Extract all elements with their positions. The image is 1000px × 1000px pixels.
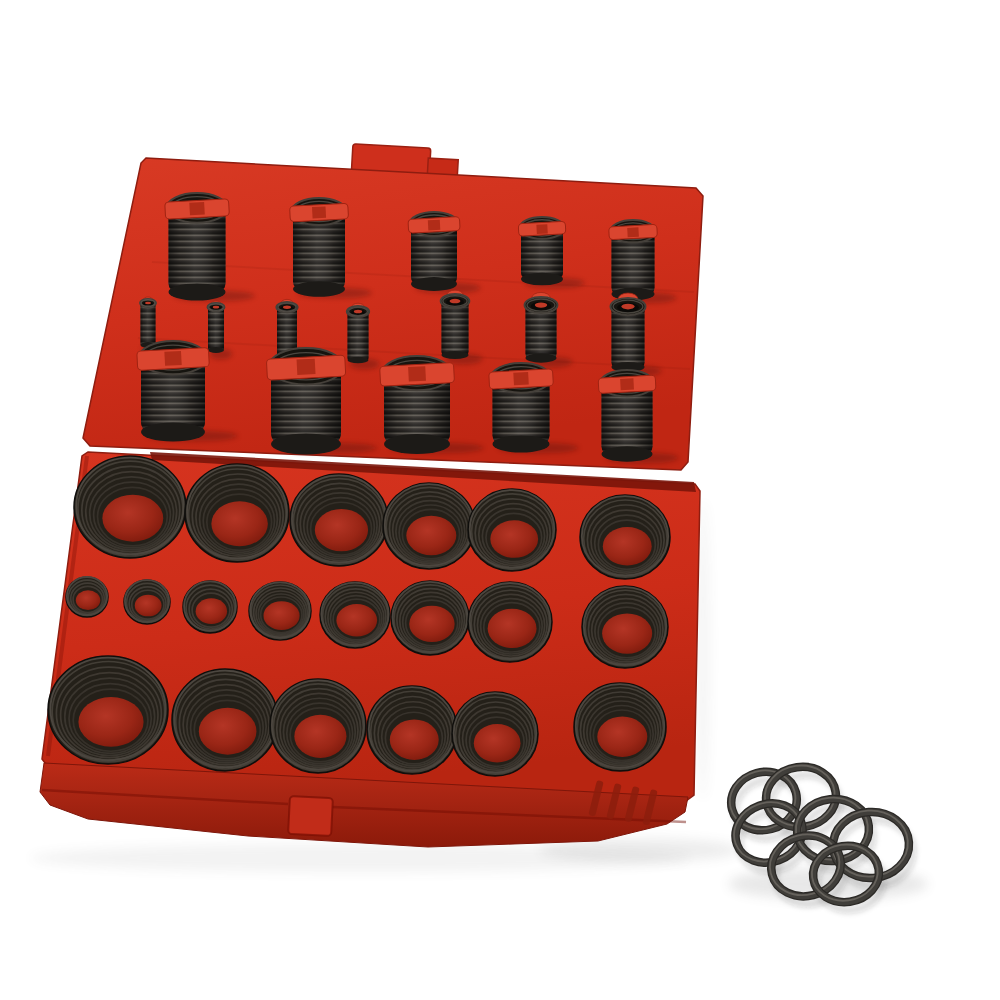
well-floor xyxy=(264,601,300,630)
peg-top xyxy=(283,305,291,308)
stack-bottom xyxy=(411,277,457,291)
well-floor xyxy=(488,609,537,648)
tray-well xyxy=(320,582,390,648)
clip-notch xyxy=(297,359,316,375)
tray-well xyxy=(270,679,366,773)
peg-top xyxy=(621,304,634,310)
well-floor xyxy=(602,613,652,653)
peg-top xyxy=(354,310,362,314)
peg-top xyxy=(145,302,151,305)
stack-bottom xyxy=(526,353,557,362)
well-floor xyxy=(409,606,454,642)
front-latch xyxy=(288,796,333,836)
stack-bottom xyxy=(348,357,369,363)
clip-notch xyxy=(312,206,326,218)
stack-bottom xyxy=(169,283,226,300)
tray-well xyxy=(74,456,186,558)
well-floor xyxy=(78,697,143,747)
clip-notch xyxy=(620,378,634,390)
tray-well xyxy=(391,581,469,655)
well-floor xyxy=(490,520,538,558)
well-floor xyxy=(603,527,652,566)
stack-bottom xyxy=(384,434,450,454)
tray-well xyxy=(582,586,668,668)
well-floor xyxy=(102,495,163,542)
stack-bottom xyxy=(141,422,205,441)
well-floor xyxy=(294,715,346,758)
well-floor xyxy=(474,724,521,763)
product-photo xyxy=(0,0,1000,1000)
stack-bottom xyxy=(208,347,224,353)
stack-bottom xyxy=(602,446,653,461)
tray-well xyxy=(48,656,168,764)
stack-bottom xyxy=(442,351,469,359)
tray-well xyxy=(580,495,670,579)
peg-top xyxy=(450,299,461,304)
tray-well xyxy=(468,489,556,571)
tray-well xyxy=(468,582,552,662)
tray-well xyxy=(574,683,666,771)
peg-top xyxy=(213,306,219,309)
tray-well xyxy=(383,483,475,569)
clip-notch xyxy=(428,220,440,231)
clip-notch xyxy=(189,202,204,215)
well-floor xyxy=(597,716,647,756)
well-floor xyxy=(196,598,227,624)
tray-well xyxy=(290,474,388,566)
well-floor xyxy=(390,719,439,759)
well-floor xyxy=(76,590,100,610)
clip-notch xyxy=(164,351,181,366)
tray-well xyxy=(185,464,289,562)
clip-notch xyxy=(408,366,426,381)
well-floor xyxy=(336,604,377,636)
well-floor xyxy=(199,708,257,755)
well-floor xyxy=(406,516,456,555)
tray-well xyxy=(249,582,311,640)
clip-notch xyxy=(627,227,639,237)
stack-bottom xyxy=(521,273,563,286)
well-floor xyxy=(315,509,368,551)
stack-bottom xyxy=(493,435,550,452)
tray-well xyxy=(183,581,237,633)
stack-bottom xyxy=(293,281,345,297)
scene-svg xyxy=(0,0,1000,1000)
stack-bottom xyxy=(271,434,341,455)
peg-top xyxy=(535,302,547,307)
tray-well xyxy=(66,577,108,617)
tray-well xyxy=(452,692,538,776)
well-floor xyxy=(135,595,162,617)
clip-notch xyxy=(536,224,547,234)
tray-well xyxy=(172,669,278,771)
well-floor xyxy=(211,501,267,546)
tray-well xyxy=(367,686,457,774)
clip-notch xyxy=(513,372,528,385)
tray-well xyxy=(124,580,170,624)
